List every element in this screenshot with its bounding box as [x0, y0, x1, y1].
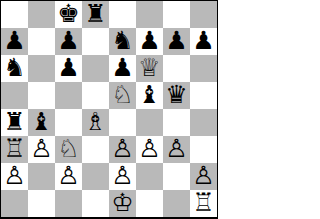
square-f7[interactable]: ♟ — [136, 28, 163, 55]
black-queen: ♛ — [165, 82, 187, 108]
black-pawn: ♟ — [192, 28, 214, 54]
square-b8[interactable] — [28, 1, 55, 28]
square-d4[interactable]: ♗ — [82, 109, 109, 136]
square-a7[interactable]: ♟ — [1, 28, 28, 55]
black-knight: ♞ — [111, 28, 133, 54]
square-e2[interactable]: ♙ — [109, 163, 136, 190]
white-bishop: ♗ — [84, 109, 106, 135]
square-g6[interactable] — [163, 55, 190, 82]
square-c1[interactable] — [55, 190, 82, 217]
square-a3[interactable]: ♖ — [1, 136, 28, 163]
square-a6[interactable]: ♞ — [1, 55, 28, 82]
square-g8[interactable] — [163, 1, 190, 28]
square-f1[interactable] — [136, 190, 163, 217]
chess-board: ♚♜♟♟♞♟♟♟♞♟♟♕♘♝♛♜♝♗♖♙♘♙♙♙♙♙♙♙♔♖ — [0, 0, 218, 219]
white-pawn: ♙ — [111, 136, 133, 162]
square-e1[interactable]: ♔ — [109, 190, 136, 217]
white-pawn: ♙ — [111, 163, 133, 189]
square-e3[interactable]: ♙ — [109, 136, 136, 163]
square-b4[interactable]: ♝ — [28, 109, 55, 136]
square-d6[interactable] — [82, 55, 109, 82]
square-b3[interactable]: ♙ — [28, 136, 55, 163]
square-e4[interactable] — [109, 109, 136, 136]
square-a2[interactable]: ♙ — [1, 163, 28, 190]
square-f2[interactable] — [136, 163, 163, 190]
square-h1[interactable]: ♖ — [190, 190, 217, 217]
square-h5[interactable] — [190, 82, 217, 109]
white-king: ♔ — [111, 190, 133, 216]
square-f8[interactable] — [136, 1, 163, 28]
black-king: ♚ — [57, 1, 79, 27]
square-d1[interactable] — [82, 190, 109, 217]
black-bishop: ♝ — [30, 109, 52, 135]
square-e7[interactable]: ♞ — [109, 28, 136, 55]
square-g7[interactable]: ♟ — [163, 28, 190, 55]
square-d2[interactable] — [82, 163, 109, 190]
chess-diagram: ♚♜♟♟♞♟♟♟♞♟♟♕♘♝♛♜♝♗♖♙♘♙♙♙♙♙♙♙♔♖ — [0, 0, 218, 219]
white-pawn: ♙ — [192, 163, 214, 189]
square-b5[interactable] — [28, 82, 55, 109]
square-f3[interactable]: ♙ — [136, 136, 163, 163]
square-f5[interactable]: ♝ — [136, 82, 163, 109]
white-knight: ♘ — [111, 82, 133, 108]
white-pawn: ♙ — [165, 136, 187, 162]
square-g1[interactable] — [163, 190, 190, 217]
chess-diagram-page: html, body { margin: 0; padding: 0; back… — [0, 0, 320, 219]
square-e8[interactable] — [109, 1, 136, 28]
square-a4[interactable]: ♜ — [1, 109, 28, 136]
square-f6[interactable]: ♕ — [136, 55, 163, 82]
white-pawn: ♙ — [138, 136, 160, 162]
white-rook: ♖ — [3, 136, 25, 162]
square-h6[interactable] — [190, 55, 217, 82]
black-pawn: ♟ — [111, 55, 133, 81]
square-c8[interactable]: ♚ — [55, 1, 82, 28]
square-c4[interactable] — [55, 109, 82, 136]
square-b2[interactable] — [28, 163, 55, 190]
square-b1[interactable] — [28, 190, 55, 217]
square-c3[interactable]: ♘ — [55, 136, 82, 163]
square-h7[interactable]: ♟ — [190, 28, 217, 55]
black-pawn: ♟ — [165, 28, 187, 54]
black-bishop: ♝ — [138, 82, 160, 108]
black-pawn: ♟ — [138, 28, 160, 54]
square-c2[interactable]: ♙ — [55, 163, 82, 190]
white-pawn: ♙ — [30, 136, 52, 162]
square-c5[interactable] — [55, 82, 82, 109]
square-b6[interactable] — [28, 55, 55, 82]
square-a5[interactable] — [1, 82, 28, 109]
square-e5[interactable]: ♘ — [109, 82, 136, 109]
square-g2[interactable] — [163, 163, 190, 190]
black-rook: ♜ — [3, 109, 25, 135]
square-d3[interactable] — [82, 136, 109, 163]
square-a8[interactable] — [1, 1, 28, 28]
black-rook: ♜ — [84, 1, 106, 27]
square-h4[interactable] — [190, 109, 217, 136]
black-pawn: ♟ — [57, 28, 79, 54]
square-h2[interactable]: ♙ — [190, 163, 217, 190]
square-g4[interactable] — [163, 109, 190, 136]
square-d5[interactable] — [82, 82, 109, 109]
square-b7[interactable] — [28, 28, 55, 55]
square-g3[interactable]: ♙ — [163, 136, 190, 163]
white-pawn: ♙ — [3, 163, 25, 189]
square-d8[interactable]: ♜ — [82, 1, 109, 28]
white-queen: ♕ — [138, 55, 160, 81]
square-d7[interactable] — [82, 28, 109, 55]
square-a1[interactable] — [1, 190, 28, 217]
square-g5[interactable]: ♛ — [163, 82, 190, 109]
white-knight: ♘ — [57, 136, 79, 162]
square-h3[interactable] — [190, 136, 217, 163]
white-pawn: ♙ — [57, 163, 79, 189]
white-rook: ♖ — [192, 190, 214, 216]
square-c7[interactable]: ♟ — [55, 28, 82, 55]
square-c6[interactable]: ♟ — [55, 55, 82, 82]
square-e6[interactable]: ♟ — [109, 55, 136, 82]
black-pawn: ♟ — [3, 28, 25, 54]
square-f4[interactable] — [136, 109, 163, 136]
black-pawn: ♟ — [57, 55, 79, 81]
square-h8[interactable] — [190, 1, 217, 28]
black-knight: ♞ — [3, 55, 25, 81]
